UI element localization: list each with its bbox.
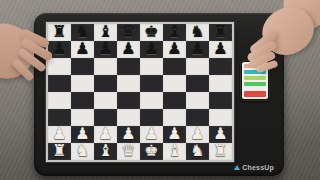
- square-b6[interactable]: [71, 58, 94, 75]
- square-e7[interactable]: ♟: [140, 41, 163, 58]
- screen-menu-item-lightgreen[interactable]: [244, 76, 266, 80]
- screen-menu-item-green[interactable]: [244, 82, 266, 86]
- white-knight-b1[interactable]: ♞: [71, 141, 94, 160]
- square-d4[interactable]: [117, 92, 140, 109]
- chessboard-device: ♜♞♝♛♚♝♞♜♟♟♟♟♟♟♟♟♟♟♟♟♟♟♟♟♜♞♝♛♚♝♞♜ ChessUp: [34, 13, 284, 176]
- square-f4[interactable]: [163, 92, 186, 109]
- square-e1[interactable]: ♚: [140, 143, 163, 160]
- square-d6[interactable]: [117, 58, 140, 75]
- screen-alert-red[interactable]: [244, 91, 266, 97]
- square-h4[interactable]: [209, 92, 232, 109]
- square-f5[interactable]: [163, 75, 186, 92]
- white-knight-g1[interactable]: ♞: [186, 141, 209, 160]
- square-b1[interactable]: ♞: [71, 143, 94, 160]
- black-pawn-c7[interactable]: ♟: [94, 39, 117, 58]
- square-a5[interactable]: [48, 75, 71, 92]
- square-e6[interactable]: [140, 58, 163, 75]
- square-g1[interactable]: ♞: [186, 143, 209, 160]
- chessboard: ♜♞♝♛♚♝♞♜♟♟♟♟♟♟♟♟♟♟♟♟♟♟♟♟♜♞♝♛♚♝♞♜: [46, 22, 234, 162]
- square-h6[interactable]: [209, 58, 232, 75]
- square-f1[interactable]: ♝: [163, 143, 186, 160]
- square-f7[interactable]: ♟: [163, 41, 186, 58]
- white-rook-h1[interactable]: ♜: [209, 141, 232, 160]
- square-g5[interactable]: [186, 75, 209, 92]
- black-pawn-h7[interactable]: ♟: [209, 39, 232, 58]
- white-bishop-c1[interactable]: ♝: [94, 141, 117, 160]
- white-rook-a1[interactable]: ♜: [48, 141, 71, 160]
- square-e4[interactable]: [140, 92, 163, 109]
- square-a4[interactable]: [48, 92, 71, 109]
- square-c6[interactable]: [94, 58, 117, 75]
- black-pawn-g7[interactable]: ♟: [186, 39, 209, 58]
- square-a6[interactable]: [48, 58, 71, 75]
- black-pawn-d7[interactable]: ♟: [117, 39, 140, 58]
- square-e5[interactable]: [140, 75, 163, 92]
- square-h1[interactable]: ♜: [209, 143, 232, 160]
- square-c7[interactable]: ♟: [94, 41, 117, 58]
- chessup-logo: ChessUp: [234, 164, 274, 171]
- square-g7[interactable]: ♟: [186, 41, 209, 58]
- square-g4[interactable]: [186, 92, 209, 109]
- white-king-e1[interactable]: ♚: [140, 141, 163, 160]
- square-h7[interactable]: ♟: [209, 41, 232, 58]
- black-pawn-e7[interactable]: ♟: [140, 39, 163, 58]
- white-queen-d1[interactable]: ♛: [117, 141, 140, 160]
- square-g6[interactable]: [186, 58, 209, 75]
- chessup-triangle-icon: [234, 165, 240, 170]
- square-d5[interactable]: [117, 75, 140, 92]
- square-h5[interactable]: [209, 75, 232, 92]
- square-a1[interactable]: ♜: [48, 143, 71, 160]
- square-c4[interactable]: [94, 92, 117, 109]
- square-b7[interactable]: ♟: [71, 41, 94, 58]
- square-b4[interactable]: [71, 92, 94, 109]
- black-pawn-b7[interactable]: ♟: [71, 39, 94, 58]
- square-d1[interactable]: ♛: [117, 143, 140, 160]
- scene: ♜♞♝♛♚♝♞♜♟♟♟♟♟♟♟♟♟♟♟♟♟♟♟♟♜♞♝♛♚♝♞♜ ChessUp: [0, 0, 320, 180]
- white-bishop-f1[interactable]: ♝: [163, 141, 186, 160]
- square-b5[interactable]: [71, 75, 94, 92]
- black-pawn-f7[interactable]: ♟: [163, 39, 186, 58]
- square-c5[interactable]: [94, 75, 117, 92]
- chessup-logo-text: ChessUp: [242, 164, 274, 171]
- square-d7[interactable]: ♟: [117, 41, 140, 58]
- square-f6[interactable]: [163, 58, 186, 75]
- square-c1[interactable]: ♝: [94, 143, 117, 160]
